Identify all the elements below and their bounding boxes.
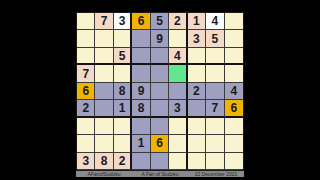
cell-r5c3[interactable]: 8 — [114, 83, 132, 100]
cell-r3c1[interactable] — [77, 48, 95, 65]
cell-r6c2[interactable] — [95, 100, 113, 117]
cell-r7c6[interactable] — [169, 118, 187, 135]
cell-r7c2[interactable] — [95, 118, 113, 135]
cell-r8c1[interactable] — [77, 135, 95, 152]
cell-r1c5[interactable]: 5 — [151, 13, 169, 30]
cell-r6c3[interactable]: 1 — [114, 100, 132, 117]
cell-r9c2[interactable]: 8 — [95, 153, 113, 170]
cell-r4c4[interactable] — [132, 65, 150, 82]
cell-r3c8[interactable] — [206, 48, 224, 65]
footer-date-label: 22 December 2021 — [188, 171, 244, 177]
cell-r5c6[interactable] — [169, 83, 187, 100]
cell-r9c5[interactable] — [151, 153, 169, 170]
cell-r6c6[interactable]: 3 — [169, 100, 187, 117]
cell-r9c7[interactable] — [188, 153, 206, 170]
cell-r2c5[interactable]: 9 — [151, 30, 169, 47]
cell-r4c1[interactable]: 7 — [77, 65, 95, 82]
cell-r5c7[interactable]: 2 — [188, 83, 206, 100]
cell-r4c3[interactable] — [114, 65, 132, 82]
cell-r6c8[interactable]: 7 — [206, 100, 224, 117]
cell-r8c6[interactable] — [169, 135, 187, 152]
cell-r9c9[interactable] — [225, 153, 243, 170]
cell-r4c2[interactable] — [95, 65, 113, 82]
cell-r2c9[interactable] — [225, 30, 243, 47]
cell-r3c5[interactable] — [151, 48, 169, 65]
cell-r2c7[interactable]: 3 — [188, 30, 206, 47]
cell-r1c4[interactable]: 6 — [132, 13, 150, 30]
cell-r7c9[interactable] — [225, 118, 243, 135]
cell-r2c1[interactable] — [77, 30, 95, 47]
cell-r6c1[interactable]: 2 — [77, 100, 95, 117]
cell-r8c8[interactable] — [206, 135, 224, 152]
sudoku-board: 73652149355476892421837616382 — [76, 12, 244, 171]
cell-r3c7[interactable] — [188, 48, 206, 65]
cell-r9c8[interactable] — [206, 153, 224, 170]
cell-r1c3[interactable]: 3 — [114, 13, 132, 30]
cell-r6c9[interactable]: 6 — [225, 100, 243, 117]
cell-r2c8[interactable]: 5 — [206, 30, 224, 47]
cell-r6c7[interactable] — [188, 100, 206, 117]
cell-r4c8[interactable] — [206, 65, 224, 82]
cell-r1c7[interactable]: 1 — [188, 13, 206, 30]
cell-r2c3[interactable] — [114, 30, 132, 47]
cell-r8c3[interactable] — [114, 135, 132, 152]
cell-r3c3[interactable]: 5 — [114, 48, 132, 65]
cell-r7c1[interactable] — [77, 118, 95, 135]
cell-r8c7[interactable] — [188, 135, 206, 152]
cell-r9c3[interactable]: 2 — [114, 153, 132, 170]
cell-r1c8[interactable]: 4 — [206, 13, 224, 30]
cell-r7c5[interactable] — [151, 118, 169, 135]
cell-r9c6[interactable] — [169, 153, 187, 170]
cell-r7c7[interactable] — [188, 118, 206, 135]
cell-r7c8[interactable] — [206, 118, 224, 135]
cell-r4c9[interactable] — [225, 65, 243, 82]
cell-r4c6[interactable] — [169, 65, 187, 82]
cell-r3c2[interactable] — [95, 48, 113, 65]
footer-author-label: AFanofSudoku — [76, 171, 132, 177]
board-footer: AFanofSudoku A Fan of Sudoku 22 December… — [76, 171, 244, 177]
cell-r5c9[interactable]: 4 — [225, 83, 243, 100]
cell-r5c2[interactable] — [95, 83, 113, 100]
cell-r8c9[interactable] — [225, 135, 243, 152]
cell-r6c4[interactable]: 8 — [132, 100, 150, 117]
video-frame: 73652149355476892421837616382 AFanofSudo… — [0, 0, 320, 180]
cell-r4c7[interactable] — [188, 65, 206, 82]
cell-r3c4[interactable] — [132, 48, 150, 65]
cell-r7c4[interactable] — [132, 118, 150, 135]
cell-r9c4[interactable] — [132, 153, 150, 170]
cell-r5c4[interactable]: 9 — [132, 83, 150, 100]
sudoku-board-area: 73652149355476892421837616382 AFanofSudo… — [76, 12, 244, 177]
cell-r5c5[interactable] — [151, 83, 169, 100]
cell-r8c5[interactable]: 6 — [151, 135, 169, 152]
cell-r1c9[interactable] — [225, 13, 243, 30]
cell-r3c6[interactable]: 4 — [169, 48, 187, 65]
cell-r9c1[interactable]: 3 — [77, 153, 95, 170]
cell-r2c6[interactable] — [169, 30, 187, 47]
cell-r3c9[interactable] — [225, 48, 243, 65]
cell-r6c5[interactable] — [151, 100, 169, 117]
cell-r5c8[interactable] — [206, 83, 224, 100]
cell-r8c2[interactable] — [95, 135, 113, 152]
cell-r1c6[interactable]: 2 — [169, 13, 187, 30]
cell-r7c3[interactable] — [114, 118, 132, 135]
cell-r5c1[interactable]: 6 — [77, 83, 95, 100]
footer-channel-label: A Fan of Sudoku — [132, 171, 188, 177]
cell-r1c2[interactable]: 7 — [95, 13, 113, 30]
cell-r4c5[interactable] — [151, 65, 169, 82]
cell-r2c2[interactable] — [95, 30, 113, 47]
cell-r8c4[interactable]: 1 — [132, 135, 150, 152]
cell-r1c1[interactable] — [77, 13, 95, 30]
cell-r2c4[interactable] — [132, 30, 150, 47]
